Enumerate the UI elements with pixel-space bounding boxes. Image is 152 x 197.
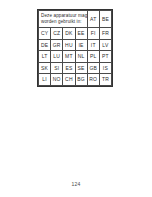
country-cell: IE — [76, 40, 87, 51]
country-cell: ES — [63, 63, 74, 74]
country-cell: TR — [100, 74, 111, 85]
country-cell: CH — [63, 74, 74, 85]
manual-page: Deze apparatuur mag worden gebruikt in: … — [0, 0, 152, 197]
country-cell: CY — [39, 28, 50, 39]
table-caption-line-2: worden gebruikt in: — [41, 19, 87, 25]
country-cell: LT — [39, 51, 50, 62]
country-cell: FI — [88, 28, 99, 39]
country-cell: LU — [51, 51, 62, 62]
country-cell: CZ — [51, 28, 62, 39]
country-cell: IS — [100, 63, 111, 74]
country-cell: SI — [51, 63, 62, 74]
country-cell: BG — [76, 74, 87, 85]
country-cell: SE — [76, 63, 87, 74]
country-cell: IT — [88, 40, 99, 51]
country-cell: HU — [63, 40, 74, 51]
country-cell: EE — [76, 28, 87, 39]
page-number: 124 — [0, 181, 152, 187]
country-code-table: Deze apparatuur mag worden gebruikt in: … — [37, 9, 113, 87]
country-cell: NL — [76, 51, 87, 62]
country-cell-be: BE — [100, 11, 111, 27]
country-cell: GR — [51, 40, 62, 51]
country-cell: MT — [63, 51, 74, 62]
country-cell: SK — [39, 63, 50, 74]
country-cell-at: AT — [88, 11, 99, 27]
country-cell: RO — [88, 74, 99, 85]
country-cell: PT — [100, 51, 111, 62]
table-caption-cell: Deze apparatuur mag worden gebruikt in: — [39, 11, 87, 27]
country-cell: DE — [39, 40, 50, 51]
country-cell: GB — [88, 63, 99, 74]
country-cell: NO — [51, 74, 62, 85]
country-cell: LV — [100, 40, 111, 51]
country-cell: LI — [39, 74, 50, 85]
country-cell: FR — [100, 28, 111, 39]
country-cell: PL — [88, 51, 99, 62]
country-cell: DK — [63, 28, 74, 39]
